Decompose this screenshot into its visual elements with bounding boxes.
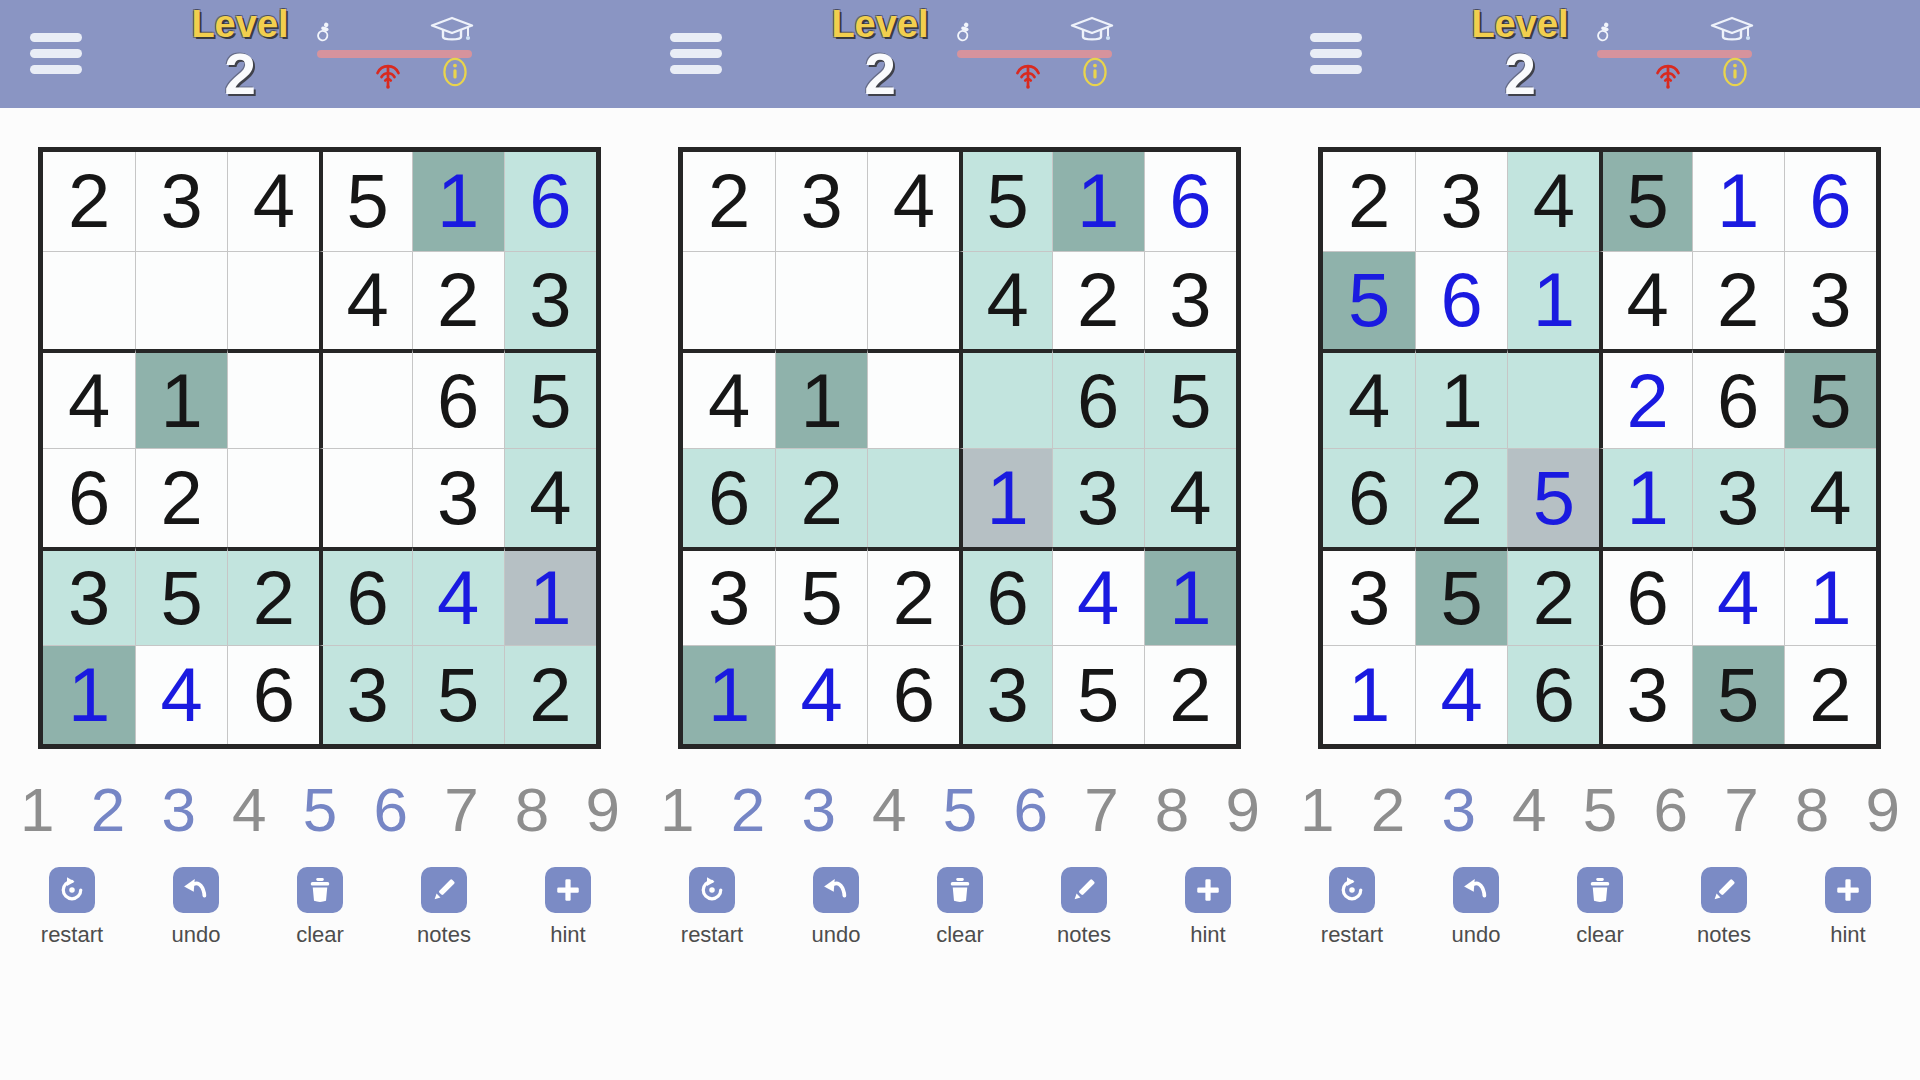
cell-r5c6[interactable]: 1: [504, 547, 596, 646]
graduation-cap-icon: [430, 16, 474, 48]
cell-r3c5[interactable]: 6: [412, 349, 504, 448]
cell-r1c6[interactable]: 6: [1144, 152, 1236, 251]
number-key-6[interactable]: 6: [1013, 779, 1047, 841]
notes-button[interactable]: notes: [398, 867, 490, 948]
number-key-6[interactable]: 6: [1653, 779, 1687, 841]
hint-icon: [1185, 867, 1231, 913]
restart-icon: [49, 867, 95, 913]
cell-r1c6[interactable]: 6: [1784, 152, 1876, 251]
cell-r4c6[interactable]: 4: [1784, 448, 1876, 547]
level-indicator: Level2: [790, 5, 970, 103]
clear-button[interactable]: clear: [1554, 867, 1646, 948]
number-key-2[interactable]: 2: [731, 779, 765, 841]
cell-r4c5[interactable]: 3: [412, 448, 504, 547]
difficulty-pointer-icon[interactable]: [1654, 60, 1682, 90]
number-key-4[interactable]: 4: [1512, 779, 1546, 841]
cell-r2c2[interactable]: [135, 251, 227, 350]
cell-r2c2[interactable]: [775, 251, 867, 350]
toolbar: restartundoclearnoteshint: [1306, 867, 1894, 948]
cell-r2c1[interactable]: [683, 251, 775, 350]
number-bar: 123456789: [660, 779, 1260, 841]
number-key-3[interactable]: 3: [801, 779, 835, 841]
cell-r4c6[interactable]: 4: [1144, 448, 1236, 547]
menu-button[interactable]: [670, 33, 722, 81]
cell-r5c5[interactable]: 4: [1052, 547, 1144, 646]
level-value: 2: [150, 46, 330, 103]
cell-r2c3[interactable]: [867, 251, 959, 350]
graduation-cap-icon: [1070, 16, 1114, 48]
cell-r5c4[interactable]: 6: [959, 547, 1051, 646]
cell-r1c1[interactable]: 2: [43, 152, 135, 251]
cell-r4c3[interactable]: [867, 448, 959, 547]
level-indicator: Level2: [1430, 5, 1610, 103]
notes-label: notes: [417, 922, 471, 948]
cell-r2c3[interactable]: 1: [1507, 251, 1599, 350]
cell-r2c4[interactable]: 4: [1599, 251, 1691, 350]
clear-label: clear: [936, 922, 984, 948]
cell-r3c6[interactable]: 5: [1144, 349, 1236, 448]
notes-icon: [421, 867, 467, 913]
cell-r3c5[interactable]: 6: [1692, 349, 1784, 448]
cell-r1c5[interactable]: 1: [1692, 152, 1784, 251]
cell-r2c3[interactable]: [227, 251, 319, 350]
clear-button[interactable]: clear: [914, 867, 1006, 948]
cell-r6c3[interactable]: 6: [867, 645, 959, 744]
cell-r4c3[interactable]: [227, 448, 319, 547]
clear-icon: [1577, 867, 1623, 913]
cell-r4c4[interactable]: 1: [959, 448, 1051, 547]
clear-icon: [297, 867, 343, 913]
cell-r5c3[interactable]: 2: [1507, 547, 1599, 646]
number-key-9[interactable]: 9: [1226, 779, 1260, 841]
cell-r1c2[interactable]: 3: [135, 152, 227, 251]
cell-r2c4[interactable]: 4: [319, 251, 411, 350]
cell-r2c6[interactable]: 3: [1784, 251, 1876, 350]
cell-r3c2[interactable]: 1: [135, 349, 227, 448]
undo-label: undo: [812, 922, 861, 948]
number-key-3[interactable]: 3: [1441, 779, 1475, 841]
restart-icon: [1329, 867, 1375, 913]
cell-r6c6[interactable]: 2: [1144, 645, 1236, 744]
info-button[interactable]: [1082, 57, 1108, 87]
undo-icon: [813, 867, 859, 913]
notes-icon: [1701, 867, 1747, 913]
info-button[interactable]: [442, 57, 468, 87]
cell-r6c5[interactable]: 5: [412, 645, 504, 744]
number-key-4[interactable]: 4: [872, 779, 906, 841]
cell-r5c3[interactable]: 2: [227, 547, 319, 646]
undo-label: undo: [1452, 922, 1501, 948]
cell-r4c2[interactable]: 2: [135, 448, 227, 547]
notes-label: notes: [1057, 922, 1111, 948]
number-key-1[interactable]: 1: [660, 779, 694, 841]
restart-button[interactable]: restart: [26, 867, 118, 948]
cell-r2c1[interactable]: [43, 251, 135, 350]
toolbar: restartundoclearnoteshint: [666, 867, 1254, 948]
cell-r5c5[interactable]: 4: [1692, 547, 1784, 646]
cell-r1c3[interactable]: 4: [1507, 152, 1599, 251]
cell-r2c6[interactable]: 3: [1144, 251, 1236, 350]
menu-icon: [670, 33, 722, 74]
number-key-9[interactable]: 9: [1866, 779, 1900, 841]
level-label: Level: [790, 5, 970, 43]
pacifier-icon: [954, 20, 974, 46]
cell-r3c1[interactable]: 4: [43, 349, 135, 448]
cell-r6c3[interactable]: 6: [227, 645, 319, 744]
graduation-cap-icon: [1710, 16, 1754, 48]
cell-r1c2[interactable]: 3: [1415, 152, 1507, 251]
hint-label: hint: [550, 922, 585, 948]
cell-r4c6[interactable]: 4: [504, 448, 596, 547]
panel-left: Level22345164234165623435264114635212345…: [0, 0, 640, 948]
header-bar: Level2: [1280, 0, 1920, 108]
undo-icon: [173, 867, 219, 913]
hint-label: hint: [1830, 922, 1865, 948]
hint-button[interactable]: hint: [1162, 867, 1254, 948]
notes-icon: [1061, 867, 1107, 913]
cell-r5c2[interactable]: 5: [1415, 547, 1507, 646]
cell-r6c3[interactable]: 6: [1507, 645, 1599, 744]
pacifier-icon: [1594, 20, 1614, 46]
cell-r3c6[interactable]: 5: [1784, 349, 1876, 448]
cell-r1c4[interactable]: 5: [1599, 152, 1691, 251]
cell-r1c5[interactable]: 1: [412, 152, 504, 251]
cell-r2c4[interactable]: 4: [959, 251, 1051, 350]
cell-r5c4[interactable]: 6: [319, 547, 411, 646]
cell-r3c6[interactable]: 5: [504, 349, 596, 448]
clear-icon: [937, 867, 983, 913]
cell-r5c4[interactable]: 6: [1599, 547, 1691, 646]
cell-r4c4[interactable]: 1: [1599, 448, 1691, 547]
number-bar: 123456789: [1300, 779, 1900, 841]
number-key-4[interactable]: 4: [232, 779, 266, 841]
number-key-6[interactable]: 6: [373, 779, 407, 841]
panel-right: Level22345165614234126562513435264114635…: [1280, 0, 1920, 948]
menu-button[interactable]: [30, 33, 82, 81]
clear-label: clear: [296, 922, 344, 948]
notes-button[interactable]: notes: [1678, 867, 1770, 948]
undo-button[interactable]: undo: [1430, 867, 1522, 948]
notes-button[interactable]: notes: [1038, 867, 1130, 948]
number-key-1[interactable]: 1: [1300, 779, 1334, 841]
sudoku-board: 23451642341656234352641146352: [38, 147, 601, 749]
cell-r1c4[interactable]: 5: [959, 152, 1051, 251]
cell-r5c1[interactable]: 3: [43, 547, 135, 646]
cell-r3c3[interactable]: [227, 349, 319, 448]
menu-button[interactable]: [1310, 33, 1362, 81]
header-bar: Level2: [640, 0, 1280, 108]
restart-label: restart: [681, 922, 743, 948]
number-key-2[interactable]: 2: [91, 779, 125, 841]
cell-r6c4[interactable]: 3: [319, 645, 411, 744]
sudoku-board: 234516423416562134352641146352: [678, 147, 1241, 749]
sudoku-board: 23451656142341265625134352641146352: [1318, 147, 1881, 749]
cell-r1c4[interactable]: 5: [319, 152, 411, 251]
number-key-9[interactable]: 9: [586, 779, 620, 841]
cell-r5c3[interactable]: 2: [867, 547, 959, 646]
clear-label: clear: [1576, 922, 1624, 948]
cell-r6c1[interactable]: 1: [1323, 645, 1415, 744]
toolbar: restartundoclearnoteshint: [26, 867, 614, 948]
cell-r3c4[interactable]: [319, 349, 411, 448]
cell-r1c5[interactable]: 1: [1052, 152, 1144, 251]
difficulty-pointer-icon[interactable]: [374, 60, 402, 90]
cell-r5c2[interactable]: 5: [135, 547, 227, 646]
cell-r3c5[interactable]: 6: [1052, 349, 1144, 448]
menu-icon: [30, 33, 82, 74]
cell-r3c4[interactable]: 2: [1599, 349, 1691, 448]
cell-r3c1[interactable]: 4: [1323, 349, 1415, 448]
cell-r4c4[interactable]: [319, 448, 411, 547]
difficulty-pointer-icon[interactable]: [1014, 60, 1042, 90]
cell-r5c5[interactable]: 4: [412, 547, 504, 646]
cell-r4c1[interactable]: 6: [43, 448, 135, 547]
restart-button[interactable]: restart: [1306, 867, 1398, 948]
level-label: Level: [150, 5, 330, 43]
number-key-8[interactable]: 8: [1155, 779, 1189, 841]
menu-icon: [1310, 33, 1362, 74]
cell-r1c1[interactable]: 2: [1323, 152, 1415, 251]
number-key-5[interactable]: 5: [1583, 779, 1617, 841]
cell-r6c6[interactable]: 2: [1784, 645, 1876, 744]
cell-r2c5[interactable]: 2: [1692, 251, 1784, 350]
cell-r6c5[interactable]: 5: [1052, 645, 1144, 744]
number-key-2[interactable]: 2: [1371, 779, 1405, 841]
difficulty-slider[interactable]: [952, 0, 1124, 108]
cell-r1c2[interactable]: 3: [775, 152, 867, 251]
cell-r6c2[interactable]: 4: [135, 645, 227, 744]
number-key-7[interactable]: 7: [1724, 779, 1758, 841]
info-button[interactable]: [1722, 57, 1748, 87]
number-key-7[interactable]: 7: [444, 779, 478, 841]
header-bar: Level2: [0, 0, 640, 108]
panel-center: Level22345164234165621343526411463521234…: [640, 0, 1280, 948]
cell-r6c2[interactable]: 4: [1415, 645, 1507, 744]
cell-r2c5[interactable]: 2: [412, 251, 504, 350]
cell-r5c6[interactable]: 1: [1784, 547, 1876, 646]
cell-r3c3[interactable]: [1507, 349, 1599, 448]
number-key-7[interactable]: 7: [1084, 779, 1118, 841]
cell-r6c1[interactable]: 1: [683, 645, 775, 744]
number-key-8[interactable]: 8: [515, 779, 549, 841]
cell-r5c1[interactable]: 3: [1323, 547, 1415, 646]
cell-r1c6[interactable]: 6: [504, 152, 596, 251]
clear-button[interactable]: clear: [274, 867, 366, 948]
cell-r3c3[interactable]: [867, 349, 959, 448]
number-key-5[interactable]: 5: [303, 779, 337, 841]
hint-button[interactable]: hint: [522, 867, 614, 948]
cell-r6c1[interactable]: 1: [43, 645, 135, 744]
notes-label: notes: [1697, 922, 1751, 948]
cell-r4c5[interactable]: 3: [1692, 448, 1784, 547]
undo-button[interactable]: undo: [150, 867, 242, 948]
cell-r4c5[interactable]: 3: [1052, 448, 1144, 547]
cell-r1c3[interactable]: 4: [867, 152, 959, 251]
difficulty-slider[interactable]: [312, 0, 484, 108]
difficulty-slider[interactable]: [1592, 0, 1764, 108]
level-value: 2: [790, 46, 970, 103]
restart-button[interactable]: restart: [666, 867, 758, 948]
level-label: Level: [1430, 5, 1610, 43]
restart-icon: [689, 867, 735, 913]
number-key-5[interactable]: 5: [943, 779, 977, 841]
cell-r5c1[interactable]: 3: [683, 547, 775, 646]
cell-r6c4[interactable]: 3: [1599, 645, 1691, 744]
hint-label: hint: [1190, 922, 1225, 948]
cell-r1c3[interactable]: 4: [227, 152, 319, 251]
undo-button[interactable]: undo: [790, 867, 882, 948]
number-key-3[interactable]: 3: [161, 779, 195, 841]
restart-label: restart: [1321, 922, 1383, 948]
cell-r1c1[interactable]: 2: [683, 152, 775, 251]
cell-r3c1[interactable]: 4: [683, 349, 775, 448]
level-indicator: Level2: [150, 5, 330, 103]
number-key-1[interactable]: 1: [20, 779, 54, 841]
cell-r2c2[interactable]: 6: [1415, 251, 1507, 350]
cell-r4c1[interactable]: 6: [683, 448, 775, 547]
cell-r5c2[interactable]: 5: [775, 547, 867, 646]
cell-r3c2[interactable]: 1: [775, 349, 867, 448]
undo-icon: [1453, 867, 1499, 913]
hint-button[interactable]: hint: [1802, 867, 1894, 948]
cell-r4c3[interactable]: 5: [1507, 448, 1599, 547]
cell-r4c2[interactable]: 2: [775, 448, 867, 547]
pacifier-icon: [314, 20, 334, 46]
cell-r6c5[interactable]: 5: [1692, 645, 1784, 744]
level-value: 2: [1430, 46, 1610, 103]
number-key-8[interactable]: 8: [1795, 779, 1829, 841]
panels-row: Level22345164234165623435264114635212345…: [0, 0, 1920, 948]
cell-r6c4[interactable]: 3: [959, 645, 1051, 744]
cell-r2c1[interactable]: 5: [1323, 251, 1415, 350]
cell-r4c1[interactable]: 6: [1323, 448, 1415, 547]
restart-label: restart: [41, 922, 103, 948]
cell-r4c2[interactable]: 2: [1415, 448, 1507, 547]
cell-r3c2[interactable]: 1: [1415, 349, 1507, 448]
cell-r6c6[interactable]: 2: [504, 645, 596, 744]
undo-label: undo: [172, 922, 221, 948]
cell-r2c6[interactable]: 3: [504, 251, 596, 350]
cell-r6c2[interactable]: 4: [775, 645, 867, 744]
hint-icon: [545, 867, 591, 913]
hint-icon: [1825, 867, 1871, 913]
number-bar: 123456789: [20, 779, 620, 841]
cell-r2c5[interactable]: 2: [1052, 251, 1144, 350]
cell-r3c4[interactable]: [959, 349, 1051, 448]
cell-r5c6[interactable]: 1: [1144, 547, 1236, 646]
